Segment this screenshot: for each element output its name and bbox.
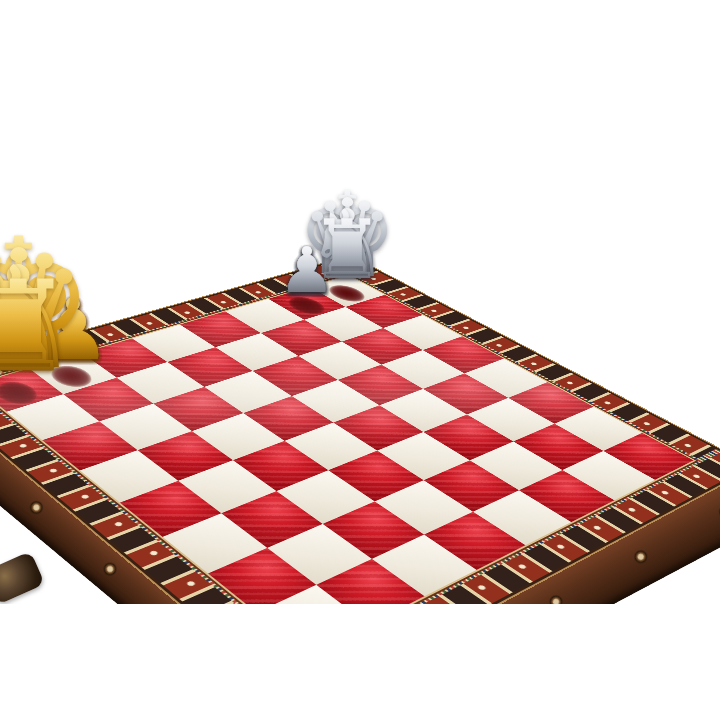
- board-scene: [0, 0, 720, 604]
- board-squares: [0, 275, 693, 604]
- product-photo-canvas: ♜♞♝♚♛♝♞♜♟♟♟♟♟♟♟♟♟♟♟♟♟♟♟♟♜♞♝♚♛♝♞♜: [0, 0, 720, 720]
- chess-board: [0, 257, 720, 604]
- photo-crop-area: ♜♞♝♚♛♝♞♜♟♟♟♟♟♟♟♟♟♟♟♟♟♟♟♟♜♞♝♚♛♝♞♜: [0, 0, 720, 604]
